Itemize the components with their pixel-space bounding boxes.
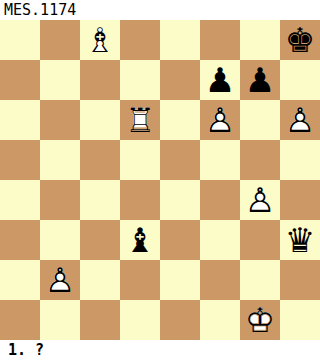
square-h6: ♟♙ [280,100,320,140]
piece-black-bishop: ♝ [120,220,160,260]
square-g4: ♟♙ [240,180,280,220]
square-a7 [0,60,40,100]
piece-outline-layer: ♙ [240,180,280,220]
square-a5 [0,140,40,180]
square-f6: ♟♙ [200,100,240,140]
piece-outline-layer: ♙ [200,100,240,140]
square-a4 [0,180,40,220]
square-a6 [0,100,40,140]
square-e4 [160,180,200,220]
square-b8 [40,20,80,60]
square-d6: ♜♖ [120,100,160,140]
square-g5 [240,140,280,180]
square-h7 [280,60,320,100]
square-b5 [40,140,80,180]
piece-glyph-layer: ♟ [240,60,280,100]
square-d3: ♝ [120,220,160,260]
square-a3 [0,220,40,260]
square-f2 [200,260,240,300]
square-e3 [160,220,200,260]
square-f5 [200,140,240,180]
square-a2 [0,260,40,300]
square-a1 [0,300,40,340]
square-h2 [280,260,320,300]
move-prompt: 1. ? [0,340,320,360]
square-c2 [80,260,120,300]
square-b7 [40,60,80,100]
square-c3 [80,220,120,260]
square-a8 [0,20,40,60]
square-f8 [200,20,240,60]
square-f3 [200,220,240,260]
piece-outline-layer: ♗ [80,20,120,60]
piece-outline-layer: ♙ [40,260,80,300]
square-e7 [160,60,200,100]
piece-white-pawn: ♟♙ [40,260,80,300]
piece-white-pawn: ♟♙ [280,100,320,140]
square-d2 [120,260,160,300]
square-c6 [80,100,120,140]
square-g8 [240,20,280,60]
square-f7: ♟ [200,60,240,100]
piece-white-rook: ♜♖ [120,100,160,140]
piece-black-queen: ♛ [280,220,320,260]
square-b2: ♟♙ [40,260,80,300]
square-e8 [160,20,200,60]
square-e5 [160,140,200,180]
piece-glyph-layer: ♛ [280,220,320,260]
piece-glyph-layer: ♚ [280,20,320,60]
square-c4 [80,180,120,220]
square-h3: ♛ [280,220,320,260]
square-h4 [280,180,320,220]
square-c7 [80,60,120,100]
square-g3 [240,220,280,260]
chess-problem-diagram: MES.1174 ♝♗♚♟♟♜♖♟♙♟♙♟♙♝♛♟♙♚♔ 1. ? [0,0,320,360]
square-e1 [160,300,200,340]
square-d1 [120,300,160,340]
square-b1 [40,300,80,340]
square-g6 [240,100,280,140]
piece-outline-layer: ♙ [280,100,320,140]
square-g1: ♚♔ [240,300,280,340]
piece-white-pawn: ♟♙ [240,180,280,220]
piece-outline-layer: ♖ [120,100,160,140]
piece-outline-layer: ♔ [240,300,280,340]
piece-glyph-layer: ♟ [200,60,240,100]
square-d7 [120,60,160,100]
square-h5 [280,140,320,180]
piece-black-king: ♚ [280,20,320,60]
square-b6 [40,100,80,140]
square-g2 [240,260,280,300]
square-g7: ♟ [240,60,280,100]
piece-white-king: ♚♔ [240,300,280,340]
square-c5 [80,140,120,180]
piece-black-pawn: ♟ [200,60,240,100]
square-d5 [120,140,160,180]
piece-white-pawn: ♟♙ [200,100,240,140]
square-c1 [80,300,120,340]
square-f1 [200,300,240,340]
square-e6 [160,100,200,140]
square-c8: ♝♗ [80,20,120,60]
square-h8: ♚ [280,20,320,60]
problem-title: MES.1174 [0,0,320,20]
piece-black-pawn: ♟ [240,60,280,100]
chess-board: ♝♗♚♟♟♜♖♟♙♟♙♟♙♝♛♟♙♚♔ [0,20,320,340]
piece-glyph-layer: ♝ [120,220,160,260]
square-b4 [40,180,80,220]
piece-white-bishop: ♝♗ [80,20,120,60]
square-e2 [160,260,200,300]
square-f4 [200,180,240,220]
square-b3 [40,220,80,260]
square-d4 [120,180,160,220]
square-h1 [280,300,320,340]
square-d8 [120,20,160,60]
